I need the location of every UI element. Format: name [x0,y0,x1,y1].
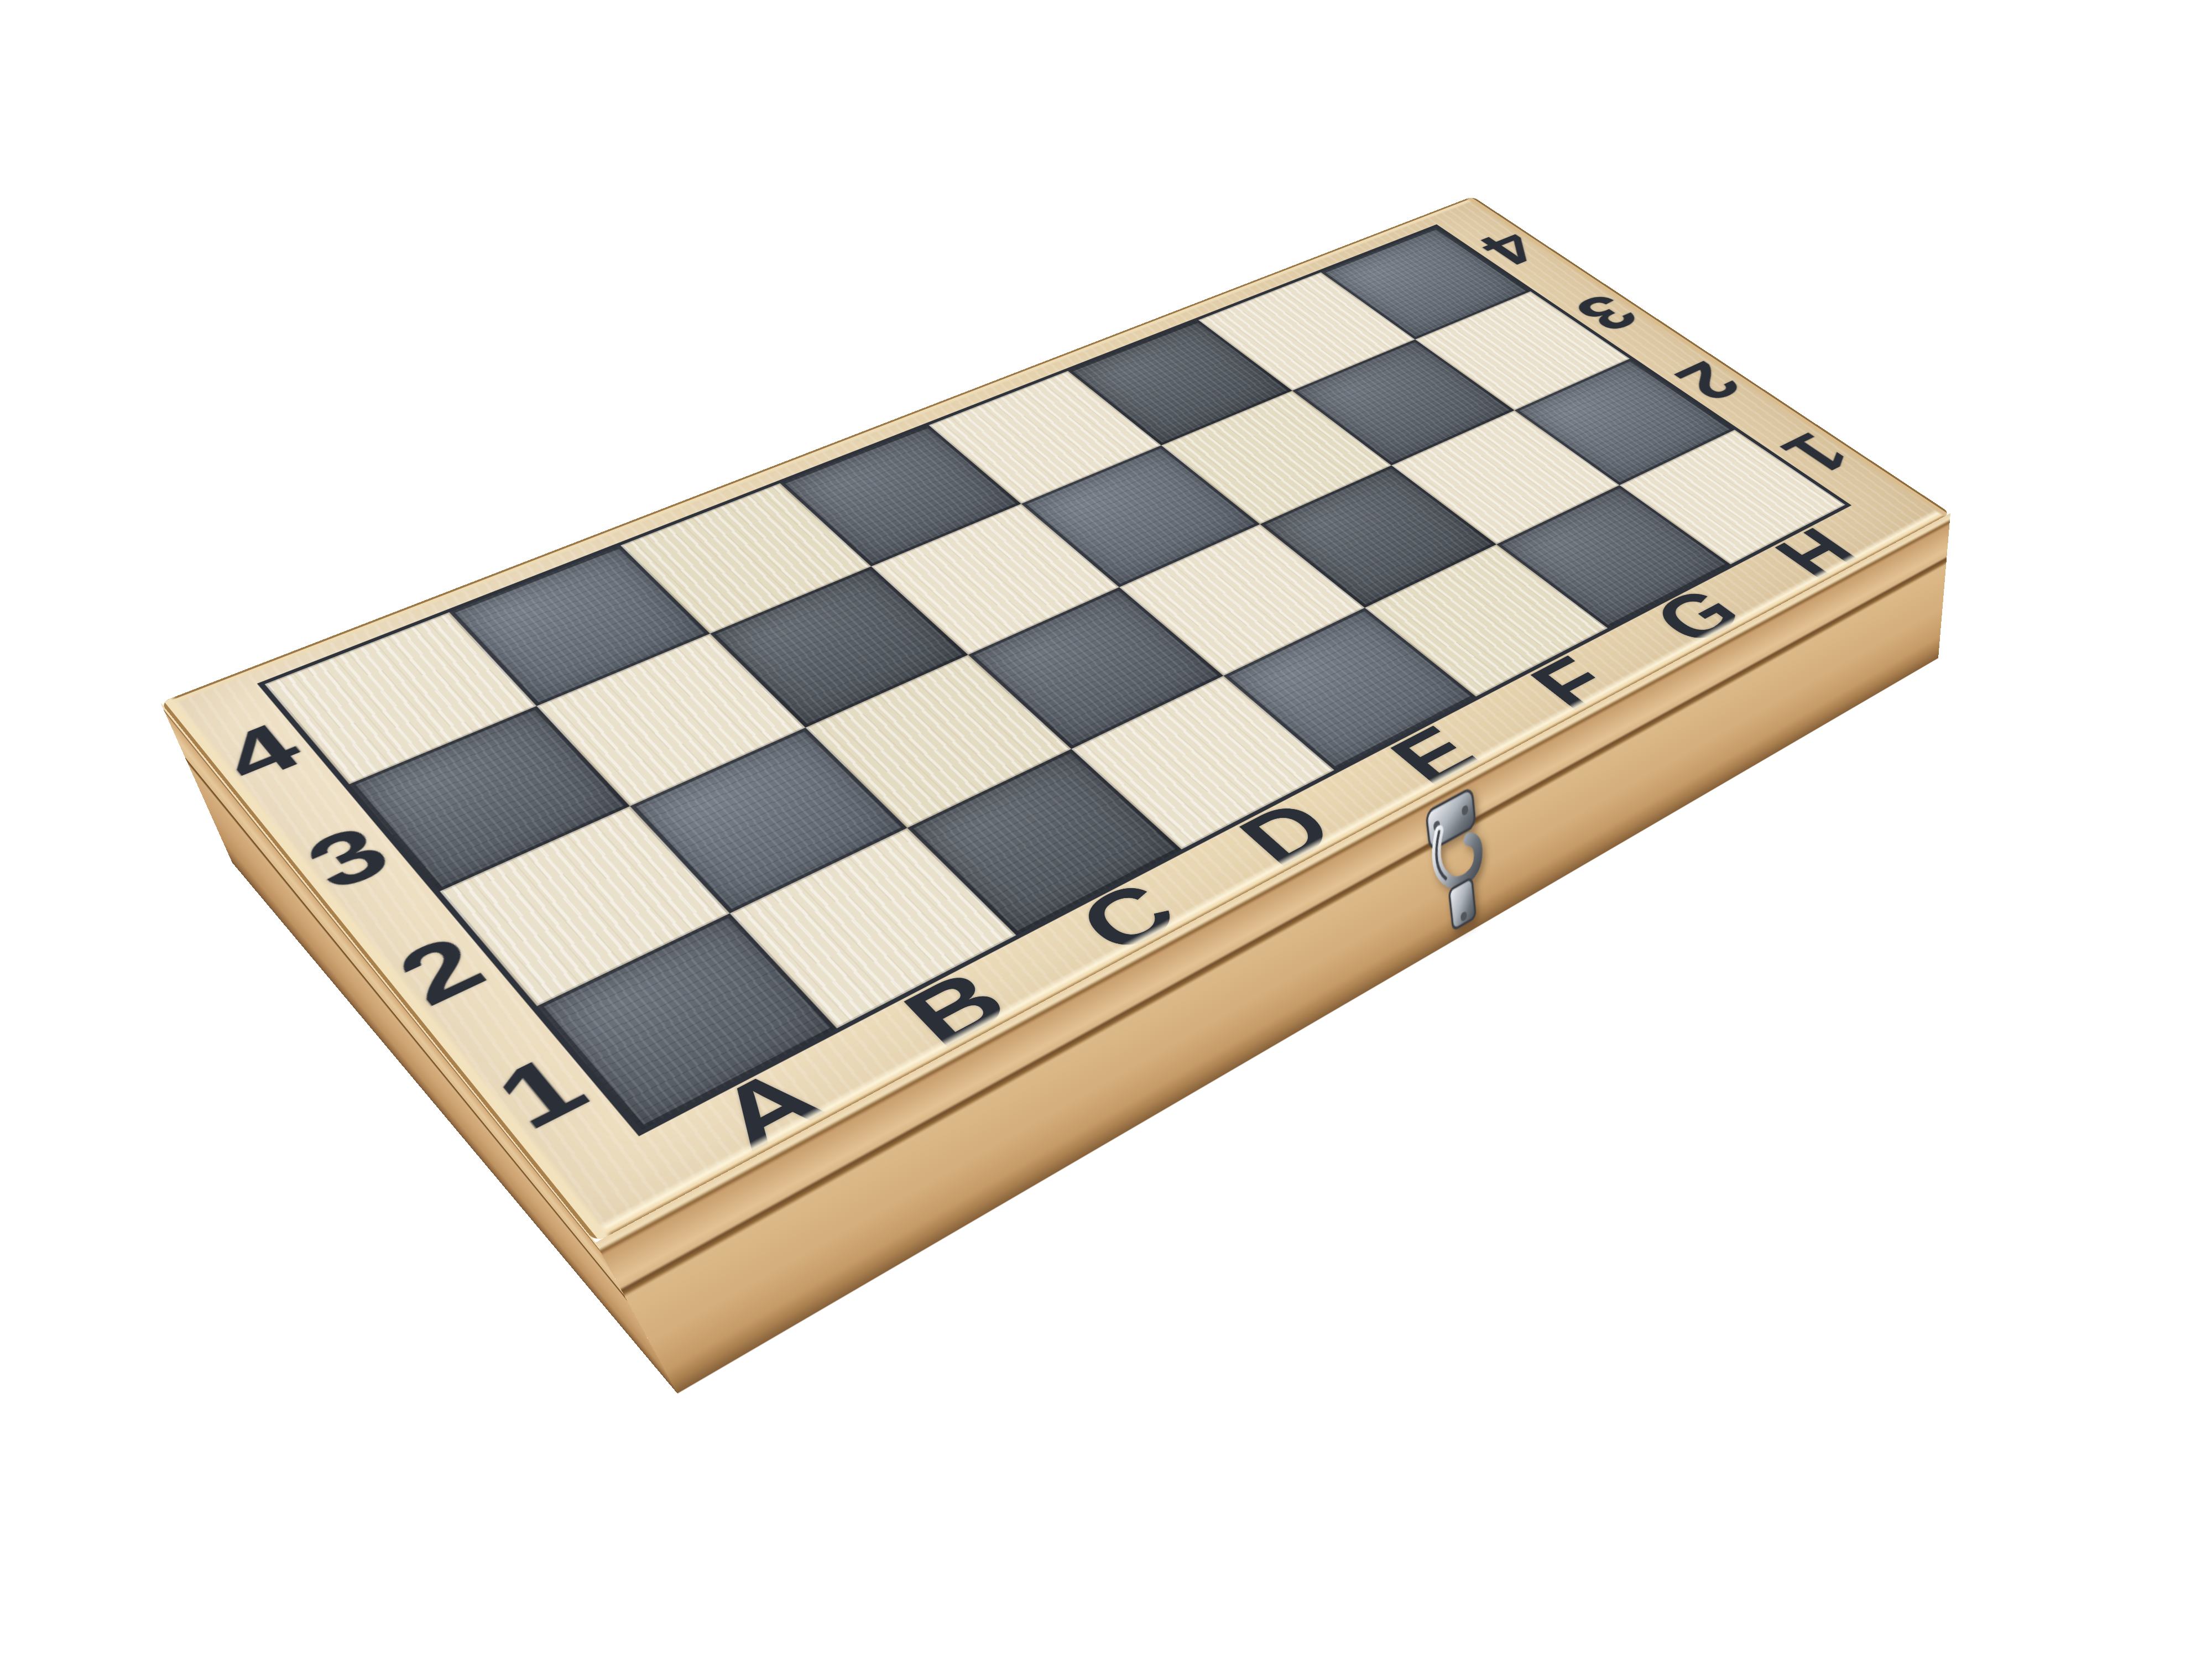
file-label-f: F [1515,646,1625,721]
clasp-latch-icon [1410,776,1500,950]
photo-stage: 43214321ABCDEFGH [0,0,2212,1659]
